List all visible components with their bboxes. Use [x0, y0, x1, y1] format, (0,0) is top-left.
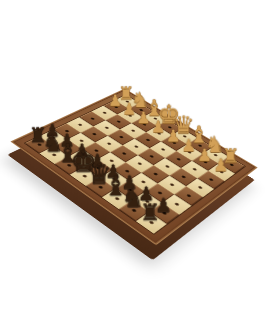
- chess-board: ♜♞♝♚♛♝♞♜♟♟♟♟♟♟♟♟♟♟♟♟♟♟♟♟♜♞♝♚♛♝♞♜: [10, 88, 257, 245]
- camera-roll: ♜♞♝♚♛♝♞♜♟♟♟♟♟♟♟♟♟♟♟♟♟♟♟♟♜♞♝♚♛♝♞♜: [0, 0, 270, 320]
- chess-set-photo: ♜♞♝♚♛♝♞♜♟♟♟♟♟♟♟♟♟♟♟♟♟♟♟♟♜♞♝♚♛♝♞♜: [0, 0, 270, 320]
- board-top: ♜♞♝♚♛♝♞♜♟♟♟♟♟♟♟♟♟♟♟♟♟♟♟♟♜♞♝♚♛♝♞♜: [10, 88, 257, 245]
- board-scene: ♜♞♝♚♛♝♞♜♟♟♟♟♟♟♟♟♟♟♟♟♟♟♟♟♜♞♝♚♛♝♞♜: [0, 0, 270, 320]
